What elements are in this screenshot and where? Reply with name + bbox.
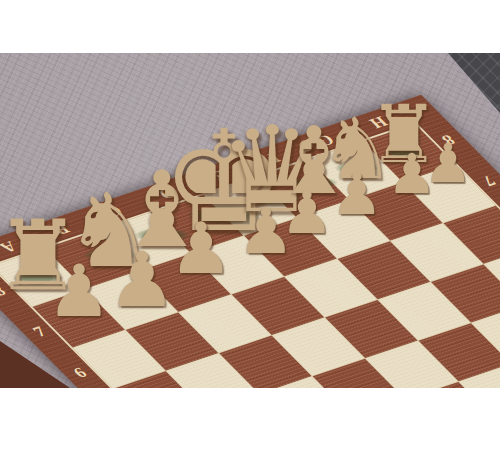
photo-area: ABCDEFGH 87654321 87654321 ♜♞♝♚♛♝♞♜♟♟♟♟♟… [0,53,500,388]
photo-page: ABCDEFGH 87654321 87654321 ♜♞♝♚♛♝♞♜♟♟♟♟♟… [0,0,500,450]
white-pawn-a7[interactable]: ♟ [47,255,112,327]
white-pawn-h7[interactable]: ♟ [424,137,472,191]
white-pawn-f7[interactable]: ♟ [331,165,383,223]
white-pawn-c7[interactable]: ♟ [169,213,233,284]
white-pawn-b7[interactable]: ♟ [108,242,176,318]
white-pawn-e7[interactable]: ♟ [281,183,334,242]
